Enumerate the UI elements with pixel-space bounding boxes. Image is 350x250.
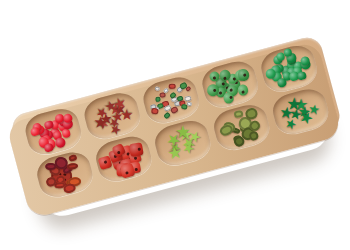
dark-green-glitter-stars-piece[interactable]: ★ [306, 102, 321, 117]
pit-r1c2-red-maple-leaves[interactable]: ★★★★★★★★★★★★ [81, 89, 144, 142]
bead-hole [125, 171, 129, 175]
olive-buttons-piece[interactable] [248, 130, 260, 141]
olive-buttons-piece[interactable] [218, 123, 234, 137]
pit-r2c1-red-buttons[interactable] [33, 148, 96, 201]
pit-r1c3-sequin-mix[interactable] [140, 73, 203, 126]
bead-hole [223, 76, 227, 80]
bead-hole [133, 156, 137, 160]
bead-hole [117, 151, 121, 155]
red-buttons-piece[interactable] [63, 183, 77, 194]
sequin-mix-piece[interactable] [151, 108, 158, 114]
red-cube-beads-piece[interactable] [119, 163, 135, 179]
bead-hole [241, 90, 245, 94]
pit-r1c5-green-pom-poms[interactable] [258, 42, 321, 95]
red-buttons-piece[interactable] [67, 162, 79, 170]
sequin-mix-piece[interactable] [184, 96, 191, 102]
red-pom-poms-piece[interactable] [54, 136, 66, 148]
green-pom-poms-piece[interactable] [277, 78, 287, 88]
red-buttons-piece[interactable] [46, 163, 57, 170]
pit-grid: ★★★★★★★★★★★★★★★★★★★★★★★★★★★★ [22, 42, 332, 201]
green-beads-piece[interactable] [237, 84, 250, 97]
red-pom-poms-piece[interactable] [43, 142, 54, 153]
red-cube-beads-piece[interactable] [129, 142, 144, 157]
sequin-mix-piece[interactable] [170, 106, 179, 114]
sequin-mix-piece[interactable] [154, 86, 160, 91]
product-photo-scene: ★★★★★★★★★★★★★★★★★★★★★★★★★★★★ [0, 0, 350, 250]
pit-r2c5-dark-green-glitter-stars[interactable]: ★★★★★★★★ [269, 85, 332, 138]
bead-hole [134, 168, 137, 171]
bead-hole [229, 95, 233, 99]
bead-hole [213, 89, 217, 93]
bead-hole [243, 73, 247, 77]
sequin-mix-piece[interactable] [160, 92, 167, 98]
sequin-mix-piece[interactable] [155, 96, 161, 101]
bead-hole [219, 92, 223, 96]
pit-r2c3-lime-glitter-stars[interactable]: ★★★★★★★★ [151, 116, 214, 169]
bead-hole [222, 82, 226, 86]
dark-green-glitter-stars-piece[interactable]: ★ [283, 115, 300, 132]
pit-r2c4-olive-buttons[interactable] [210, 100, 273, 153]
pit-r1c1-red-pom-poms[interactable] [22, 105, 85, 158]
sequin-mix-piece[interactable] [169, 84, 176, 90]
bead-hole [137, 147, 140, 150]
bead-hole [213, 77, 217, 81]
wooden-sorting-tray: ★★★★★★★★★★★★★★★★★★★★★★★★★★★★ [9, 34, 343, 210]
pit-r1c4-green-beads[interactable] [199, 57, 262, 110]
green-pom-poms-piece[interactable] [297, 71, 307, 81]
sequin-mix-piece[interactable] [164, 112, 172, 119]
bead-hole [103, 160, 107, 164]
pit-r2c2-red-cube-beads[interactable] [92, 132, 155, 185]
red-buttons-piece[interactable] [68, 154, 78, 163]
